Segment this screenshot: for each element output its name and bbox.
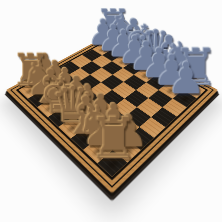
piece-white-rook-a1[interactable]: ♜ [64, 90, 163, 165]
chess-set-photo: ♜♟♟♜♞♟♟♞♝♟♟♝♚♟♟♚♛♟♟♛♝♟♟♝♞♟♟♞♜♟♟♜ [0, 0, 222, 222]
board-grid: ♜♟♟♜♞♟♟♞♝♟♟♝♚♟♟♚♛♟♟♛♝♟♟♝♞♟♟♞♜♟♟♜ [16, 37, 208, 180]
chess-board: ♜♟♟♜♞♟♟♞♝♟♟♝♚♟♟♚♛♟♟♛♝♟♟♝♞♟♟♞♜♟♟♜ [6, 33, 218, 194]
board-scene: ♜♟♟♜♞♟♟♞♝♟♟♝♚♟♟♚♛♟♟♛♝♟♟♝♞♟♟♞♜♟♟♜ [0, 0, 222, 222]
square-a1[interactable]: ♜ [97, 150, 127, 177]
